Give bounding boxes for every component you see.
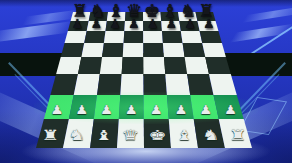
white-bishop-f1[interactable]: ♝ — [175, 128, 193, 142]
white-pawn-g2[interactable]: ♟ — [199, 103, 212, 115]
white-rook-h1[interactable]: ♜ — [229, 128, 247, 142]
white-knight-g1[interactable]: ♞ — [202, 128, 220, 142]
white-rook-a1[interactable]: ♜ — [41, 128, 59, 142]
black-pawn-h7[interactable]: ♟ — [203, 18, 214, 31]
black-pawn-c7[interactable]: ♟ — [109, 18, 120, 31]
white-pawn-b2[interactable]: ♟ — [75, 103, 88, 115]
white-king-e1[interactable]: ♚ — [148, 128, 166, 142]
white-pawn-a2[interactable]: ♟ — [50, 103, 63, 115]
white-knight-b1[interactable]: ♞ — [68, 128, 86, 142]
white-pawn-e2[interactable]: ♟ — [150, 103, 163, 115]
white-pawn-c2[interactable]: ♟ — [100, 103, 113, 115]
black-pawn-f7[interactable]: ♟ — [166, 18, 177, 31]
white-bishop-c1[interactable]: ♝ — [95, 128, 113, 142]
black-pawn-e7[interactable]: ♟ — [147, 18, 158, 31]
black-pawn-d7[interactable]: ♟ — [128, 18, 139, 31]
black-pawn-b7[interactable]: ♟ — [91, 18, 102, 31]
white-pawn-d2[interactable]: ♟ — [125, 103, 138, 115]
white-pawn-f2[interactable]: ♟ — [174, 103, 187, 115]
chess-scene: ♜♞♝♛♚♝♞♜♟♟♟♟♟♟♟♟♟♟♟♟♟♟♟♟♜♞♝♛♚♝♞♜ — [0, 0, 292, 163]
white-queen-d1[interactable]: ♛ — [122, 128, 140, 142]
pieces-layer: ♜♞♝♛♚♝♞♜♟♟♟♟♟♟♟♟♟♟♟♟♟♟♟♟♜♞♝♛♚♝♞♜ — [0, 0, 292, 163]
black-pawn-a7[interactable]: ♟ — [72, 18, 83, 31]
black-pawn-g7[interactable]: ♟ — [184, 18, 195, 31]
white-pawn-h2[interactable]: ♟ — [224, 103, 237, 115]
